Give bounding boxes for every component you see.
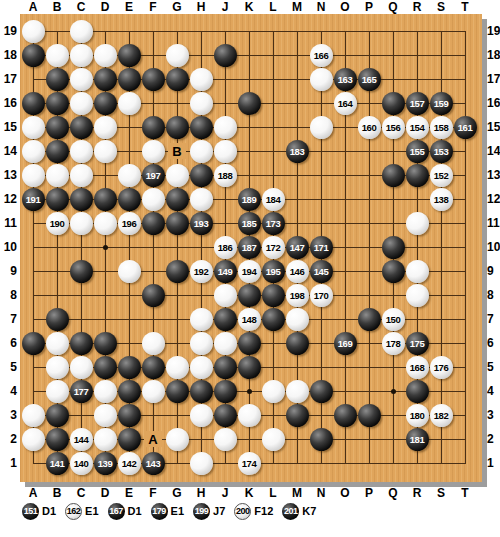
- stone-white: [262, 428, 285, 451]
- caption-move-coord: D1: [42, 505, 56, 517]
- stone-white: [118, 260, 141, 283]
- stone-black: [94, 92, 117, 115]
- stone-white: [190, 188, 213, 211]
- stone-white: 196: [118, 212, 141, 235]
- stone-white: [406, 260, 429, 283]
- stone-white: [70, 44, 93, 67]
- coord-label-left: 6: [0, 337, 17, 350]
- coord-label-bottom: A: [21, 487, 45, 500]
- stone-black: 173: [262, 212, 285, 235]
- coord-label-right: 3: [487, 409, 500, 422]
- coord-label-top: N: [309, 1, 333, 14]
- stone-white: 176: [430, 356, 453, 379]
- stone-black: 187: [238, 236, 261, 259]
- stone-black: 175: [406, 332, 429, 355]
- stone-black: [214, 44, 237, 67]
- stone-black: [142, 284, 165, 307]
- star-point: [103, 245, 108, 250]
- coord-label-right: 4: [487, 385, 500, 398]
- coord-label-left: 19: [0, 25, 17, 38]
- stone-black: [118, 356, 141, 379]
- stone-black: [70, 188, 93, 211]
- coord-label-top: O: [333, 1, 357, 14]
- stone-white: 144: [70, 428, 93, 451]
- coord-label-left: 11: [0, 217, 17, 230]
- stone-white: [46, 380, 69, 403]
- caption-move-disc: 179: [151, 503, 168, 520]
- stone-white: [70, 68, 93, 91]
- coord-label-left: 17: [0, 73, 17, 86]
- stone-white: [46, 356, 69, 379]
- stone-black: 139: [94, 452, 117, 475]
- stone-white: 194: [238, 260, 261, 283]
- stone-white: [46, 164, 69, 187]
- go-kifu-page: ABCDEFGHJKLMNOPQRST ABCDEFGHJKLMNOPQRST …: [0, 0, 500, 537]
- stone-white: [406, 284, 429, 307]
- stone-black: [334, 404, 357, 427]
- stone-black: 195: [262, 260, 285, 283]
- stone-white: [166, 44, 189, 67]
- stone-black: 155: [406, 140, 429, 163]
- stone-black: 149: [214, 260, 237, 283]
- stone-white: [166, 356, 189, 379]
- stone-white: 156: [382, 116, 405, 139]
- go-board: 1661631651641571591601561541581611831551…: [20, 14, 482, 482]
- stone-black: [118, 68, 141, 91]
- stone-white: [22, 116, 45, 139]
- caption-move-coord: E1: [171, 505, 184, 517]
- stone-white: 186: [214, 236, 237, 259]
- stone-white: [214, 140, 237, 163]
- coord-label-right: 9: [487, 265, 500, 278]
- coord-label-bottom: H: [189, 487, 213, 500]
- stone-white: [22, 164, 45, 187]
- stone-black: [262, 284, 285, 307]
- stone-black: [286, 404, 309, 427]
- stone-white: [190, 92, 213, 115]
- stone-black: 181: [406, 428, 429, 451]
- coord-label-top: F: [141, 1, 165, 14]
- stone-black: 193: [190, 212, 213, 235]
- coord-label-left: 18: [0, 49, 17, 62]
- stone-black: [310, 380, 333, 403]
- coord-label-bottom: J: [213, 487, 237, 500]
- caption-move-disc: 201: [282, 503, 299, 520]
- stone-black: [238, 92, 261, 115]
- coord-label-right: 8: [487, 289, 500, 302]
- stone-black: 153: [430, 140, 453, 163]
- stone-white: 154: [406, 116, 429, 139]
- stone-white: [70, 212, 93, 235]
- coord-label-top: B: [45, 1, 69, 14]
- stone-white: 172: [262, 236, 285, 259]
- stone-black: 157: [406, 92, 429, 115]
- coord-label-top: D: [93, 1, 117, 14]
- star-point: [247, 389, 252, 394]
- coord-label-bottom: O: [333, 487, 357, 500]
- coord-label-top: A: [21, 1, 45, 14]
- stone-black: [166, 188, 189, 211]
- coord-label-left: 13: [0, 169, 17, 182]
- stone-black: [382, 236, 405, 259]
- stone-black: [142, 68, 165, 91]
- stone-black: [166, 116, 189, 139]
- stone-white: 178: [382, 332, 405, 355]
- coord-label-bottom: G: [165, 487, 189, 500]
- stone-black: [70, 260, 93, 283]
- coord-label-right: 18: [487, 49, 500, 62]
- stone-black: [22, 92, 45, 115]
- stone-black: [238, 332, 261, 355]
- stone-white: [70, 92, 93, 115]
- stone-white: 184: [262, 188, 285, 211]
- stone-white: [22, 140, 45, 163]
- stone-black: 191: [22, 188, 45, 211]
- stone-white: [190, 356, 213, 379]
- stone-black: [214, 356, 237, 379]
- caption-move-coord: J7: [213, 505, 225, 517]
- stone-white: 168: [406, 356, 429, 379]
- coord-label-bottom: R: [405, 487, 429, 500]
- stone-black: [214, 308, 237, 331]
- coord-label-bottom: S: [429, 487, 453, 500]
- stone-black: [118, 404, 141, 427]
- stone-white: [22, 20, 45, 43]
- coord-label-right: 15: [487, 121, 500, 134]
- stone-black: [22, 332, 45, 355]
- grid-line-vertical: [369, 31, 370, 464]
- stone-white: [22, 428, 45, 451]
- stone-white: [310, 116, 333, 139]
- stone-black: [190, 380, 213, 403]
- stone-black: [142, 212, 165, 235]
- stone-white: 190: [46, 212, 69, 235]
- stone-black: 147: [286, 236, 309, 259]
- stone-black: [166, 68, 189, 91]
- coord-label-left: 15: [0, 121, 17, 134]
- caption-move-coord: D1: [128, 505, 142, 517]
- coord-label-right: 1: [487, 457, 500, 470]
- stone-black: [238, 356, 261, 379]
- stone-black: [46, 188, 69, 211]
- stone-white: [190, 68, 213, 91]
- coord-label-left: 2: [0, 433, 17, 446]
- coord-label-top: P: [357, 1, 381, 14]
- coord-label-left: 8: [0, 289, 17, 302]
- coord-label-bottom: B: [45, 487, 69, 500]
- stone-white: [118, 164, 141, 187]
- coord-label-bottom: F: [141, 487, 165, 500]
- coord-label-right: 19: [487, 25, 500, 38]
- point-label-A: A: [144, 431, 162, 447]
- stone-black: [142, 116, 165, 139]
- coord-label-bottom: D: [93, 487, 117, 500]
- stone-white: [166, 428, 189, 451]
- stone-white: 148: [238, 308, 261, 331]
- coord-label-bottom: N: [309, 487, 333, 500]
- stone-black: [358, 404, 381, 427]
- coord-label-left: 5: [0, 361, 17, 374]
- coord-label-top: E: [117, 1, 141, 14]
- stone-white: 192: [190, 260, 213, 283]
- stone-black: 165: [358, 68, 381, 91]
- coord-label-top: H: [189, 1, 213, 14]
- stone-white: 182: [430, 404, 453, 427]
- coord-label-left: 3: [0, 409, 17, 422]
- stone-black: [166, 212, 189, 235]
- stone-white: [142, 140, 165, 163]
- star-point: [391, 389, 396, 394]
- stone-black: [406, 164, 429, 187]
- stone-black: [118, 44, 141, 67]
- caption-move-disc: 199: [193, 503, 210, 520]
- move-caption: 151D1162E1167D1179E1199J7200F12201K7: [22, 501, 325, 521]
- coord-label-right: 16: [487, 97, 500, 110]
- stone-black: [46, 92, 69, 115]
- stone-white: [94, 44, 117, 67]
- coord-label-bottom: C: [69, 487, 93, 500]
- stone-white: [94, 212, 117, 235]
- stone-white: [190, 140, 213, 163]
- stone-white: [190, 404, 213, 427]
- caption-move-disc: 167: [108, 503, 125, 520]
- stone-black: [94, 68, 117, 91]
- coord-label-top: L: [261, 1, 285, 14]
- stone-black: [382, 92, 405, 115]
- stone-black: [238, 284, 261, 307]
- stone-black: [166, 260, 189, 283]
- coord-label-bottom: L: [261, 487, 285, 500]
- coord-label-right: 6: [487, 337, 500, 350]
- stone-black: [46, 404, 69, 427]
- stone-white: [70, 164, 93, 187]
- stone-white: [46, 44, 69, 67]
- stone-black: [118, 428, 141, 451]
- coord-label-left: 14: [0, 145, 17, 158]
- stone-black: [70, 332, 93, 355]
- stone-black: [46, 308, 69, 331]
- stone-white: 174: [238, 452, 261, 475]
- stone-white: [166, 164, 189, 187]
- caption-move-coord: E1: [85, 505, 98, 517]
- stone-black: 189: [238, 188, 261, 211]
- stone-black: 141: [46, 452, 69, 475]
- stone-white: 188: [214, 164, 237, 187]
- stone-black: 161: [454, 116, 477, 139]
- stone-white: [118, 92, 141, 115]
- coord-label-right: 12: [487, 193, 500, 206]
- stone-black: [262, 308, 285, 331]
- stone-white: [190, 452, 213, 475]
- stone-white: [214, 116, 237, 139]
- coord-label-right: 2: [487, 433, 500, 446]
- stone-black: [214, 404, 237, 427]
- stone-white: [190, 332, 213, 355]
- stone-white: 158: [430, 116, 453, 139]
- stone-white: 146: [286, 260, 309, 283]
- stone-white: 180: [406, 404, 429, 427]
- coord-label-bottom: E: [117, 487, 141, 500]
- stone-black: [142, 356, 165, 379]
- coord-label-left: 9: [0, 265, 17, 278]
- stone-black: [358, 308, 381, 331]
- stone-black: [214, 380, 237, 403]
- stone-black: 145: [310, 260, 333, 283]
- stone-white: 152: [430, 164, 453, 187]
- stone-white: [70, 356, 93, 379]
- stone-white: [214, 332, 237, 355]
- stone-black: [286, 332, 309, 355]
- stone-white: [70, 140, 93, 163]
- coord-label-left: 16: [0, 97, 17, 110]
- stone-black: [94, 356, 117, 379]
- coord-label-top: J: [213, 1, 237, 14]
- stone-white: [214, 428, 237, 451]
- coord-label-right: 11: [487, 217, 500, 230]
- stone-white: [70, 20, 93, 43]
- coord-label-right: 17: [487, 73, 500, 86]
- stone-white: [406, 212, 429, 235]
- stone-white: [94, 140, 117, 163]
- coord-label-top: R: [405, 1, 429, 14]
- coord-label-bottom: K: [237, 487, 261, 500]
- caption-move-disc: 151: [22, 503, 39, 520]
- stone-black: 143: [142, 452, 165, 475]
- stone-white: [214, 284, 237, 307]
- stone-white: 140: [70, 452, 93, 475]
- stone-black: 163: [334, 68, 357, 91]
- stone-white: [190, 308, 213, 331]
- stone-white: 170: [310, 284, 333, 307]
- coord-label-left: 1: [0, 457, 17, 470]
- stone-black: 177: [70, 380, 93, 403]
- stone-white: 142: [118, 452, 141, 475]
- stone-black: 183: [286, 140, 309, 163]
- stone-white: [22, 404, 45, 427]
- stone-white: [142, 332, 165, 355]
- stone-black: [190, 164, 213, 187]
- caption-move-disc: 162: [65, 503, 82, 520]
- stone-black: [406, 380, 429, 403]
- grid-line-vertical: [465, 31, 466, 464]
- stone-white: 166: [310, 44, 333, 67]
- stone-white: [94, 380, 117, 403]
- stone-black: [310, 428, 333, 451]
- coord-label-right: 14: [487, 145, 500, 158]
- stone-white: [142, 380, 165, 403]
- stone-black: [118, 188, 141, 211]
- stone-white: [94, 428, 117, 451]
- stone-white: 150: [382, 308, 405, 331]
- stone-white: [286, 308, 309, 331]
- stone-white: 160: [358, 116, 381, 139]
- coord-label-left: 7: [0, 313, 17, 326]
- coord-label-left: 12: [0, 193, 17, 206]
- point-label-B: B: [168, 143, 186, 159]
- stone-black: 171: [310, 236, 333, 259]
- coord-label-top: M: [285, 1, 309, 14]
- stone-black: [46, 140, 69, 163]
- stone-white: [94, 116, 117, 139]
- stone-black: 169: [334, 332, 357, 355]
- stone-white: [286, 380, 309, 403]
- stone-white: [94, 404, 117, 427]
- stone-black: [46, 116, 69, 139]
- stone-black: 197: [142, 164, 165, 187]
- stone-black: [382, 260, 405, 283]
- stone-white: [142, 188, 165, 211]
- coord-label-top: G: [165, 1, 189, 14]
- coord-label-left: 10: [0, 241, 17, 254]
- caption-move-coord: F12: [254, 505, 273, 517]
- stone-white: [46, 332, 69, 355]
- coord-label-bottom: M: [285, 487, 309, 500]
- stone-black: 159: [430, 92, 453, 115]
- stone-white: 164: [334, 92, 357, 115]
- coord-label-left: 4: [0, 385, 17, 398]
- stone-black: [70, 116, 93, 139]
- stone-black: [22, 44, 45, 67]
- coord-label-top: C: [69, 1, 93, 14]
- stone-white: [310, 68, 333, 91]
- coord-label-top: K: [237, 1, 261, 14]
- stone-black: [166, 380, 189, 403]
- coord-label-bottom: Q: [381, 487, 405, 500]
- coord-label-top: T: [453, 1, 477, 14]
- stone-black: [190, 116, 213, 139]
- stone-black: [118, 380, 141, 403]
- coord-label-right: 13: [487, 169, 500, 182]
- stone-white: [262, 380, 285, 403]
- stone-black: 185: [238, 212, 261, 235]
- stone-black: [382, 164, 405, 187]
- stone-black: [94, 188, 117, 211]
- stone-white: 198: [286, 284, 309, 307]
- stone-white: [238, 404, 261, 427]
- stone-black: [46, 428, 69, 451]
- stone-white: 138: [430, 188, 453, 211]
- coord-label-bottom: T: [453, 487, 477, 500]
- coord-label-right: 10: [487, 241, 500, 254]
- stone-black: [46, 68, 69, 91]
- coord-label-right: 5: [487, 361, 500, 374]
- coord-label-right: 7: [487, 313, 500, 326]
- coord-label-bottom: P: [357, 487, 381, 500]
- stone-black: [94, 332, 117, 355]
- coord-label-top: Q: [381, 1, 405, 14]
- coord-label-top: S: [429, 1, 453, 14]
- caption-move-disc: 200: [234, 503, 251, 520]
- caption-move-coord: K7: [302, 505, 316, 517]
